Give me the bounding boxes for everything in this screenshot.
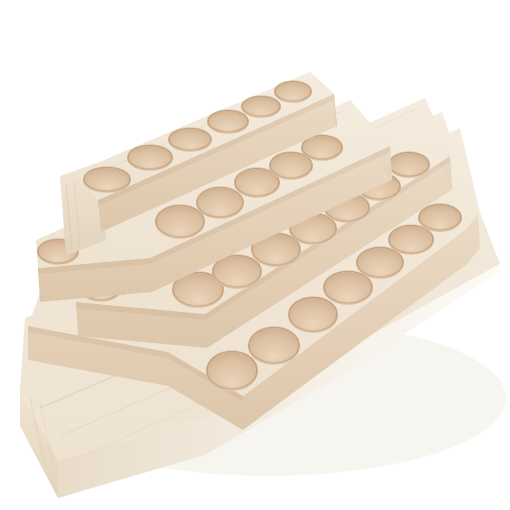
product-photo [0, 0, 510, 510]
wooden-display-rack [0, 0, 510, 510]
